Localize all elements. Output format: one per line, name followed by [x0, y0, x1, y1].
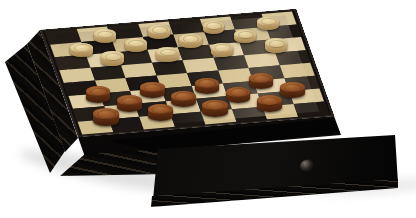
- piece-top: [202, 100, 228, 110]
- piece-top: [211, 43, 234, 52]
- piece-top: [234, 30, 256, 39]
- piece-groove-ring: [253, 75, 271, 83]
- checker-piece-dark[interactable]: [226, 87, 251, 103]
- checker-piece-light[interactable]: [203, 21, 225, 34]
- piece-top: [280, 82, 305, 92]
- piece-groove-ring: [160, 49, 177, 57]
- piece-top: [140, 82, 165, 92]
- piece-top: [156, 47, 179, 56]
- checker-piece-dark[interactable]: [117, 95, 142, 112]
- board-top-face: [40, 9, 334, 137]
- piece-top: [265, 38, 287, 47]
- checker-piece-light[interactable]: [125, 38, 147, 52]
- checker-piece-light[interactable]: [156, 47, 179, 62]
- checker-piece-dark[interactable]: [171, 91, 196, 108]
- checker-piece-light[interactable]: [94, 29, 116, 43]
- checker-piece-dark[interactable]: [202, 100, 228, 117]
- board-square-dark[interactable]: [293, 101, 328, 116]
- board-square-dark[interactable]: [170, 112, 205, 127]
- piece-top: [148, 25, 170, 34]
- drawer-knob-ball: [300, 160, 314, 172]
- checker-piece-dark[interactable]: [257, 95, 282, 112]
- checker-piece-light[interactable]: [257, 17, 278, 30]
- checker-piece-dark[interactable]: [280, 82, 305, 98]
- piece-groove-ring: [183, 35, 200, 43]
- checker-piece-dark[interactable]: [148, 104, 174, 121]
- piece-top: [226, 87, 251, 97]
- product-photo-checkers-set: [0, 0, 416, 218]
- piece-top: [70, 43, 93, 52]
- checker-piece-light[interactable]: [211, 43, 234, 57]
- piece-groove-ring: [152, 26, 168, 34]
- piece-groove-ring: [206, 22, 222, 30]
- piece-groove-ring: [144, 84, 162, 92]
- checker-piece-light[interactable]: [265, 38, 287, 52]
- piece-groove-ring: [238, 31, 255, 39]
- checker-piece-dark[interactable]: [86, 86, 111, 102]
- piece-groove-ring: [74, 44, 91, 52]
- piece-groove-ring: [214, 44, 231, 52]
- piece-groove-ring: [206, 101, 225, 110]
- checker-piece-light[interactable]: [148, 25, 170, 39]
- piece-groove-ring: [269, 40, 286, 48]
- checkerboard: [46, 11, 329, 134]
- piece-groove-ring: [284, 84, 302, 92]
- checker-piece-light[interactable]: [101, 51, 124, 66]
- checker-piece-light[interactable]: [179, 34, 201, 48]
- piece-groove-ring: [261, 18, 277, 26]
- checker-piece-dark[interactable]: [249, 73, 273, 89]
- piece-top: [257, 17, 278, 26]
- piece-groove-ring: [230, 88, 248, 97]
- checker-piece-dark[interactable]: [93, 108, 119, 125]
- checker-piece-dark[interactable]: [140, 82, 165, 98]
- piece-groove-ring: [175, 92, 194, 101]
- piece-groove-ring: [198, 79, 216, 87]
- piece-groove-ring: [152, 106, 171, 115]
- piece-groove-ring: [97, 110, 116, 119]
- piece-top: [93, 108, 119, 118]
- piece-top: [195, 78, 219, 88]
- checker-piece-light[interactable]: [234, 30, 256, 44]
- piece-top: [171, 91, 196, 101]
- checker-piece-light[interactable]: [70, 43, 93, 57]
- piece-groove-ring: [261, 97, 280, 106]
- piece-top: [179, 34, 201, 43]
- checker-piece-dark[interactable]: [195, 78, 219, 94]
- piece-groove-ring: [105, 53, 122, 61]
- piece-groove-ring: [121, 97, 140, 106]
- drawer-knob[interactable]: [299, 157, 315, 172]
